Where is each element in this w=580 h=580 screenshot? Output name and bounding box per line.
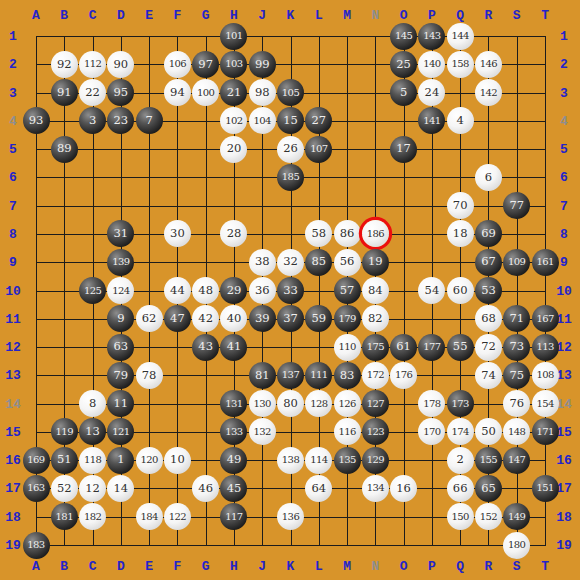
stone-Q14-black-173[interactable]: 173: [447, 390, 474, 417]
stone-R9-black-67[interactable]: 67: [475, 249, 502, 276]
move-number: 71: [509, 313, 524, 325]
move-number: 170: [423, 427, 440, 437]
stone-C14-white-8[interactable]: 8: [79, 390, 106, 417]
move-number: 69: [481, 228, 496, 240]
stone-Q16-white-2[interactable]: 2: [447, 447, 474, 474]
stone-N14-black-127[interactable]: 127: [362, 390, 389, 417]
stone-B16-black-51[interactable]: 51: [51, 447, 78, 474]
move-number: 78: [142, 370, 157, 382]
stone-L16-white-114[interactable]: 114: [305, 447, 332, 474]
stone-S9-black-109[interactable]: 109: [503, 249, 530, 276]
move-number: 45: [227, 483, 242, 495]
top-col-label-E: E: [145, 9, 153, 22]
top-col-label-J: J: [258, 9, 266, 22]
stone-N9-black-19[interactable]: 19: [362, 249, 389, 276]
move-number: 56: [340, 256, 355, 268]
move-number: 135: [338, 455, 355, 465]
stone-F10-white-44[interactable]: 44: [164, 277, 191, 304]
stone-H5-white-20[interactable]: 20: [220, 136, 247, 163]
move-number: 177: [423, 342, 440, 352]
stone-R16-black-155[interactable]: 155: [475, 447, 502, 474]
move-number: 30: [170, 228, 185, 240]
stone-M16-black-135[interactable]: 135: [334, 447, 361, 474]
move-number: 146: [480, 59, 497, 69]
move-number: 40: [227, 313, 242, 325]
move-number: 7: [145, 115, 152, 127]
top-col-label-A: A: [32, 9, 40, 22]
top-col-label-M: M: [343, 9, 351, 22]
move-number: 9: [117, 313, 124, 325]
bottom-col-label-J: J: [258, 560, 266, 573]
stone-O12-black-61[interactable]: 61: [390, 334, 417, 361]
stone-E11-white-62[interactable]: 62: [136, 305, 163, 332]
move-number: 77: [509, 200, 524, 212]
stone-R17-black-65[interactable]: 65: [475, 475, 502, 502]
stone-A19-black-183[interactable]: 183: [23, 532, 50, 559]
stone-C10-black-125[interactable]: 125: [79, 277, 106, 304]
stone-M9-white-56[interactable]: 56: [334, 249, 361, 276]
stone-Q18-white-150[interactable]: 150: [447, 503, 474, 530]
stone-G2-black-97[interactable]: 97: [192, 51, 219, 78]
move-number: 131: [225, 399, 242, 409]
stone-R13-white-74[interactable]: 74: [475, 362, 502, 389]
move-number: 52: [57, 483, 72, 495]
move-number: 54: [425, 285, 440, 297]
stone-K16-white-138[interactable]: 138: [277, 447, 304, 474]
bottom-col-label-A: A: [32, 560, 40, 573]
move-number: 43: [198, 341, 213, 353]
right-row-label-13: 13: [556, 369, 572, 382]
move-number: 130: [254, 399, 271, 409]
stone-E18-white-184[interactable]: 184: [136, 503, 163, 530]
move-number: 129: [367, 455, 384, 465]
right-row-label-17: 17: [556, 482, 572, 495]
move-number: 67: [481, 256, 496, 268]
stone-O3-black-5[interactable]: 5: [390, 79, 417, 106]
stone-S12-black-73[interactable]: 73: [503, 334, 530, 361]
move-number: 122: [169, 512, 186, 522]
move-number: 183: [27, 540, 44, 550]
move-number: 174: [452, 427, 469, 437]
move-number: 137: [282, 370, 299, 380]
move-number: 144: [452, 31, 469, 41]
right-row-label-7: 7: [560, 199, 568, 212]
stone-H12-black-41[interactable]: 41: [220, 334, 247, 361]
move-number: 178: [423, 399, 440, 409]
left-row-label-13: 13: [5, 369, 21, 382]
move-number: 57: [340, 285, 355, 297]
stone-G12-black-43[interactable]: 43: [192, 334, 219, 361]
stone-H16-black-49[interactable]: 49: [220, 447, 247, 474]
bottom-col-label-Q: Q: [456, 560, 464, 573]
left-row-label-11: 11: [5, 312, 21, 325]
stone-F3-white-94[interactable]: 94: [164, 79, 191, 106]
stone-K9-white-32[interactable]: 32: [277, 249, 304, 276]
move-number: 181: [56, 512, 73, 522]
move-number: 10: [170, 454, 185, 466]
stone-P1-black-143[interactable]: 143: [418, 23, 445, 50]
move-number: 12: [85, 483, 100, 495]
stone-C2-white-112[interactable]: 112: [79, 51, 106, 78]
left-row-label-5: 5: [9, 143, 17, 156]
right-row-label-6: 6: [560, 171, 568, 184]
move-number: 63: [114, 341, 129, 353]
move-number: 49: [227, 454, 242, 466]
move-number: 37: [283, 313, 298, 325]
left-row-label-10: 10: [5, 284, 21, 297]
stone-A16-black-169[interactable]: 169: [23, 447, 50, 474]
move-number: 173: [452, 399, 469, 409]
stone-M14-white-126[interactable]: 126: [334, 390, 361, 417]
stone-C17-white-12[interactable]: 12: [79, 475, 106, 502]
move-number: 50: [481, 426, 496, 438]
stone-M8-white-86[interactable]: 86: [334, 220, 361, 247]
stone-F18-white-122[interactable]: 122: [164, 503, 191, 530]
move-number: 154: [536, 399, 553, 409]
right-row-label-4: 4: [560, 114, 568, 127]
move-number: 185: [282, 172, 299, 182]
move-number: 179: [338, 314, 355, 324]
stone-D12-black-63[interactable]: 63: [107, 334, 134, 361]
move-number: 19: [368, 256, 383, 268]
move-number: 86: [340, 228, 355, 240]
move-number: 64: [311, 483, 326, 495]
move-number: 132: [254, 427, 271, 437]
left-row-label-15: 15: [5, 425, 21, 438]
move-number: 99: [255, 59, 270, 71]
stone-B2-white-92[interactable]: 92: [51, 51, 78, 78]
stone-R2-white-146[interactable]: 146: [475, 51, 502, 78]
stone-G10-white-48[interactable]: 48: [192, 277, 219, 304]
move-number: 139: [112, 257, 129, 267]
move-number: 23: [114, 115, 129, 127]
move-number: 79: [114, 370, 129, 382]
stone-O5-black-17[interactable]: 17: [390, 136, 417, 163]
move-number: 119: [56, 427, 73, 437]
move-number: 90: [114, 59, 129, 71]
stone-A17-black-163[interactable]: 163: [23, 475, 50, 502]
move-number: 126: [338, 399, 355, 409]
stone-K14-white-80[interactable]: 80: [277, 390, 304, 417]
stone-Q10-white-60[interactable]: 60: [447, 277, 474, 304]
left-row-label-18: 18: [5, 510, 21, 523]
stone-K10-black-33[interactable]: 33: [277, 277, 304, 304]
top-col-label-H: H: [230, 9, 238, 22]
stone-T17-black-151[interactable]: 151: [532, 475, 559, 502]
stone-E13-white-78[interactable]: 78: [136, 362, 163, 389]
top-col-label-P: P: [428, 9, 436, 22]
bottom-col-label-G: G: [202, 560, 210, 573]
stone-A4-black-93[interactable]: 93: [23, 107, 50, 134]
right-row-label-14: 14: [556, 397, 572, 410]
move-number: 53: [481, 285, 496, 297]
move-number: 38: [255, 256, 270, 268]
move-number: 89: [57, 143, 72, 155]
stone-Q1-white-144[interactable]: 144: [447, 23, 474, 50]
move-number: 148: [508, 427, 525, 437]
move-number: 104: [254, 116, 271, 126]
stone-M10-black-57[interactable]: 57: [334, 277, 361, 304]
stone-M12-white-110[interactable]: 110: [334, 334, 361, 361]
move-number: 120: [140, 455, 157, 465]
stone-L9-black-85[interactable]: 85: [305, 249, 332, 276]
move-number: 4: [457, 115, 464, 127]
left-row-label-19: 19: [5, 539, 21, 552]
move-number: 32: [283, 256, 298, 268]
stone-J14-white-130[interactable]: 130: [249, 390, 276, 417]
stone-R12-white-72[interactable]: 72: [475, 334, 502, 361]
stone-M13-black-83[interactable]: 83: [334, 362, 361, 389]
stone-N10-white-84[interactable]: 84: [362, 277, 389, 304]
move-number: 91: [57, 87, 72, 99]
move-number: 81: [255, 370, 270, 382]
move-number: 85: [311, 256, 326, 268]
stone-S16-black-147[interactable]: 147: [503, 447, 530, 474]
bottom-col-label-E: E: [145, 560, 153, 573]
move-number: 158: [452, 59, 469, 69]
stone-T15-black-171[interactable]: 171: [532, 418, 559, 445]
stone-J10-white-36[interactable]: 36: [249, 277, 276, 304]
move-number: 125: [84, 286, 101, 296]
stone-B3-black-91[interactable]: 91: [51, 79, 78, 106]
move-number: 26: [283, 143, 298, 155]
move-number: 143: [423, 31, 440, 41]
move-number: 5: [400, 87, 407, 99]
stone-J4-white-104[interactable]: 104: [249, 107, 276, 134]
bottom-col-label-N: N: [371, 560, 379, 573]
move-number: 11: [114, 398, 129, 410]
move-number: 72: [481, 341, 496, 353]
left-row-label-8: 8: [9, 227, 17, 240]
bottom-col-label-S: S: [513, 560, 521, 573]
move-number: 13: [85, 426, 100, 438]
go-board-app: AABBCCDDEEFFGGHHJJKKLLMMNNOOPPQQRRSSTT11…: [0, 0, 580, 580]
stone-L13-black-111[interactable]: 111: [305, 362, 332, 389]
right-row-label-3: 3: [560, 86, 568, 99]
move-number: 6: [485, 172, 492, 184]
move-number: 92: [57, 59, 72, 71]
right-row-label-9: 9: [560, 256, 568, 269]
move-number: 48: [198, 285, 213, 297]
bottom-col-label-L: L: [315, 560, 323, 573]
stone-N17-white-134[interactable]: 134: [362, 475, 389, 502]
move-number: 175: [367, 342, 384, 352]
stone-P12-black-177[interactable]: 177: [418, 334, 445, 361]
move-number: 116: [338, 427, 355, 437]
stone-T11-black-167[interactable]: 167: [532, 305, 559, 332]
move-number: 149: [508, 512, 525, 522]
stone-K5-white-26[interactable]: 26: [277, 136, 304, 163]
move-number: 24: [425, 87, 440, 99]
move-number: 114: [310, 455, 327, 465]
move-number: 21: [227, 87, 242, 99]
stone-J11-black-39[interactable]: 39: [249, 305, 276, 332]
stone-T13-white-108[interactable]: 108: [532, 362, 559, 389]
stone-K13-black-137[interactable]: 137: [277, 362, 304, 389]
move-number: 98: [255, 87, 270, 99]
move-number: 108: [536, 370, 553, 380]
stone-J3-white-98[interactable]: 98: [249, 79, 276, 106]
left-row-label-4: 4: [9, 114, 17, 127]
bottom-col-label-P: P: [428, 560, 436, 573]
stone-B15-black-119[interactable]: 119: [51, 418, 78, 445]
move-number: 28: [227, 228, 242, 240]
stone-R10-black-53[interactable]: 53: [475, 277, 502, 304]
stone-J15-white-132[interactable]: 132: [249, 418, 276, 445]
stone-B5-black-89[interactable]: 89: [51, 136, 78, 163]
stone-E16-white-120[interactable]: 120: [136, 447, 163, 474]
stone-C3-white-22[interactable]: 22: [79, 79, 106, 106]
move-number: 18: [453, 228, 468, 240]
stone-Q2-white-158[interactable]: 158: [447, 51, 474, 78]
move-number: 184: [140, 512, 157, 522]
stone-R3-white-142[interactable]: 142: [475, 79, 502, 106]
stone-N12-black-175[interactable]: 175: [362, 334, 389, 361]
stone-D9-black-139[interactable]: 139: [107, 249, 134, 276]
move-number: 8: [89, 398, 96, 410]
stone-Q15-white-174[interactable]: 174: [447, 418, 474, 445]
bottom-col-label-M: M: [343, 560, 351, 573]
move-number: 75: [509, 370, 524, 382]
stone-Q8-white-18[interactable]: 18: [447, 220, 474, 247]
stone-Q4-white-4[interactable]: 4: [447, 107, 474, 134]
move-number: 27: [311, 115, 326, 127]
move-number: 95: [114, 87, 129, 99]
move-number: 112: [84, 59, 101, 69]
bottom-col-label-F: F: [173, 560, 181, 573]
move-number: 70: [453, 200, 468, 212]
stone-K6-black-185[interactable]: 185: [277, 164, 304, 191]
stone-B18-black-181[interactable]: 181: [51, 503, 78, 530]
stone-M15-white-116[interactable]: 116: [334, 418, 361, 445]
stone-O2-black-25[interactable]: 25: [390, 51, 417, 78]
stone-C16-white-118[interactable]: 118: [79, 447, 106, 474]
move-number: 55: [453, 341, 468, 353]
stone-O17-white-16[interactable]: 16: [390, 475, 417, 502]
move-number: 83: [340, 370, 355, 382]
stone-O13-white-176[interactable]: 176: [390, 362, 417, 389]
move-number: 171: [536, 427, 553, 437]
stone-N13-white-172[interactable]: 172: [362, 362, 389, 389]
stone-D2-white-90[interactable]: 90: [107, 51, 134, 78]
move-number: 103: [225, 59, 242, 69]
stone-F2-white-106[interactable]: 106: [164, 51, 191, 78]
top-col-label-C: C: [89, 9, 97, 22]
move-number: 74: [481, 370, 496, 382]
move-number: 20: [227, 143, 242, 155]
stone-P2-white-140[interactable]: 140: [418, 51, 445, 78]
left-row-label-17: 17: [5, 482, 21, 495]
stone-B17-white-52[interactable]: 52: [51, 475, 78, 502]
stone-G17-white-46[interactable]: 46: [192, 475, 219, 502]
move-number: 107: [310, 144, 327, 154]
move-number: 51: [57, 454, 72, 466]
move-number: 142: [480, 88, 497, 98]
move-number: 128: [310, 399, 327, 409]
stone-D13-black-79[interactable]: 79: [107, 362, 134, 389]
move-number: 121: [112, 427, 129, 437]
right-row-label-15: 15: [556, 425, 572, 438]
stone-J13-black-81[interactable]: 81: [249, 362, 276, 389]
top-col-label-T: T: [541, 9, 549, 22]
bottom-col-label-K: K: [287, 560, 295, 573]
move-number: 82: [368, 313, 383, 325]
stone-Q12-black-55[interactable]: 55: [447, 334, 474, 361]
move-number: 42: [198, 313, 213, 325]
stone-S19-white-180[interactable]: 180: [503, 532, 530, 559]
move-number: 109: [508, 257, 525, 267]
stone-D16-black-1[interactable]: 1: [107, 447, 134, 474]
stone-K3-black-105[interactable]: 105: [277, 79, 304, 106]
move-number: 150: [452, 512, 469, 522]
move-number: 46: [198, 483, 213, 495]
bottom-col-label-H: H: [230, 560, 238, 573]
top-col-label-Q: Q: [456, 9, 464, 22]
move-number: 76: [509, 398, 524, 410]
move-number: 44: [170, 285, 185, 297]
top-col-label-G: G: [202, 9, 210, 22]
move-number: 100: [197, 88, 214, 98]
stone-T9-black-161[interactable]: 161: [532, 249, 559, 276]
stone-Q17-white-66[interactable]: 66: [447, 475, 474, 502]
right-row-label-19: 19: [556, 539, 572, 552]
stone-N16-black-129[interactable]: 129: [362, 447, 389, 474]
move-number: 105: [282, 88, 299, 98]
stone-Q7-white-70[interactable]: 70: [447, 192, 474, 219]
top-col-label-S: S: [513, 9, 521, 22]
move-number: 97: [198, 59, 213, 71]
left-row-label-7: 7: [9, 199, 17, 212]
stone-F11-black-47[interactable]: 47: [164, 305, 191, 332]
right-row-label-12: 12: [556, 341, 572, 354]
move-number: 68: [481, 313, 496, 325]
stone-M11-black-179[interactable]: 179: [334, 305, 361, 332]
stone-O1-black-145[interactable]: 145: [390, 23, 417, 50]
move-number: 117: [225, 512, 242, 522]
stone-L5-black-107[interactable]: 107: [305, 136, 332, 163]
stone-R6-white-6[interactable]: 6: [475, 164, 502, 191]
left-row-label-1: 1: [9, 30, 17, 43]
move-number: 111: [310, 370, 327, 380]
move-number: 182: [84, 512, 101, 522]
move-number: 15: [283, 115, 298, 127]
move-number: 155: [480, 455, 497, 465]
stone-E4-black-7[interactable]: 7: [136, 107, 163, 134]
move-number: 93: [29, 115, 44, 127]
stone-T12-black-113[interactable]: 113: [532, 334, 559, 361]
bottom-col-label-R: R: [485, 560, 493, 573]
bottom-col-label-B: B: [60, 560, 68, 573]
stone-J9-white-38[interactable]: 38: [249, 249, 276, 276]
stone-F16-white-10[interactable]: 10: [164, 447, 191, 474]
move-number: 151: [536, 483, 553, 493]
stone-T14-white-154[interactable]: 154: [532, 390, 559, 417]
stone-H1-black-101[interactable]: 101: [220, 23, 247, 50]
right-row-label-5: 5: [560, 143, 568, 156]
move-number: 36: [255, 285, 270, 297]
left-row-label-14: 14: [5, 397, 21, 410]
move-number: 66: [453, 483, 468, 495]
bottom-col-label-C: C: [89, 560, 97, 573]
left-row-label-3: 3: [9, 86, 17, 99]
move-number: 167: [536, 314, 553, 324]
stone-S13-black-75[interactable]: 75: [503, 362, 530, 389]
right-row-label-8: 8: [560, 227, 568, 240]
move-number: 65: [481, 483, 496, 495]
stone-J2-black-99[interactable]: 99: [249, 51, 276, 78]
stone-N11-white-82[interactable]: 82: [362, 305, 389, 332]
right-row-label-2: 2: [560, 58, 568, 71]
